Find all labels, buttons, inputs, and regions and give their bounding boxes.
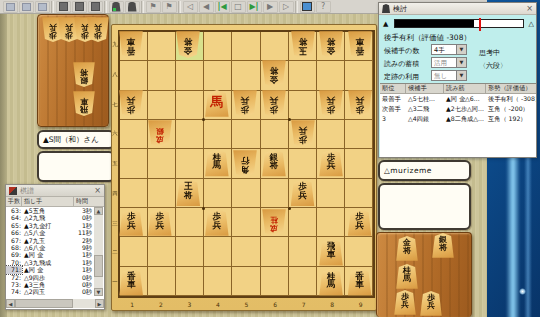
kifu-window-title: 棋譜 bbox=[20, 186, 94, 196]
piece-1九-sente[interactable]: 香車 bbox=[119, 31, 143, 58]
piece-7九-sente[interactable]: 玉将 bbox=[291, 31, 315, 58]
kifu-horizontal-scrollbar[interactable]: ◀ ▶ bbox=[6, 299, 104, 308]
piece-hand-金将-gote[interactable]: 金将 bbox=[396, 236, 418, 261]
square-2二[interactable] bbox=[148, 237, 176, 266]
square-3八[interactable] bbox=[176, 61, 204, 90]
piece-3九-sente[interactable]: 金将 bbox=[176, 31, 200, 58]
square-2八[interactable] bbox=[148, 61, 176, 90]
piece-hand-歩兵-gote[interactable]: 歩兵 bbox=[394, 290, 416, 315]
kifu-row-69[interactable]: 69:▲同 金1秒 bbox=[6, 251, 95, 258]
piece-6五-gote[interactable]: 銀将 bbox=[262, 150, 286, 177]
square-2七[interactable] bbox=[148, 91, 176, 120]
toolbar-separator bbox=[178, 1, 181, 13]
candidate-row-3[interactable]: 3△4四銀▲8二角成△...互角（ 192） bbox=[380, 114, 536, 124]
kifu-move-list[interactable]: 63:▲5五角3秒64:△2九飛0秒65:▲3九金打1秒66:△5八金11秒67… bbox=[6, 207, 95, 296]
piece-hand-銀将-gote[interactable]: 銀将 bbox=[432, 233, 454, 258]
board-edit-button[interactable] bbox=[72, 1, 87, 13]
nav-next-button[interactable]: ▶ bbox=[263, 1, 278, 13]
scroll-left-icon[interactable]: ◀ bbox=[6, 299, 15, 308]
setting-dropdown-0[interactable]: 4手▼ bbox=[431, 44, 467, 55]
square-2五[interactable] bbox=[148, 149, 176, 178]
kifu-row-72[interactable]: 72:△9四歩0秒 bbox=[6, 274, 95, 281]
kifu-row-64[interactable]: 64:△2九飛0秒 bbox=[6, 214, 95, 221]
desktop-light-streak bbox=[506, 150, 520, 317]
square-1六[interactable] bbox=[120, 120, 148, 149]
kifu-window: 棋譜 × 手数 指し手 時間 63:▲5五角3秒64:△2九飛0秒65:▲3九金… bbox=[5, 184, 105, 310]
piece-gote-button[interactable] bbox=[125, 1, 140, 13]
gote-name-plate: △murizeme bbox=[378, 160, 471, 181]
square-9四[interactable] bbox=[345, 179, 373, 208]
engine-strength: 〈六段〉 bbox=[479, 61, 507, 71]
square-5四[interactable] bbox=[232, 179, 260, 208]
square-8四[interactable] bbox=[317, 179, 345, 208]
piece-sente-button[interactable] bbox=[109, 1, 124, 13]
board-setup-button[interactable] bbox=[56, 1, 71, 13]
piece-9一-gote[interactable]: 香車 bbox=[348, 269, 372, 296]
piece-2三-gote[interactable]: 歩兵 bbox=[148, 209, 172, 236]
piece-hand-歩兵-gote[interactable]: 歩兵 bbox=[420, 291, 442, 316]
square-3二[interactable] bbox=[176, 237, 204, 266]
nav-stop-button[interactable]: □ bbox=[231, 1, 246, 13]
rank-label: 八 bbox=[112, 61, 117, 88]
gote-info-plate bbox=[378, 183, 471, 230]
square-1四[interactable] bbox=[120, 179, 148, 208]
file-label: 8 bbox=[318, 301, 347, 311]
setting-dropdown-2[interactable]: 無し▼ bbox=[431, 70, 467, 81]
square-1八[interactable] bbox=[120, 61, 148, 90]
piece-8七-sente[interactable]: 歩兵 bbox=[319, 90, 343, 117]
hscroll-thumb[interactable] bbox=[15, 299, 73, 308]
nav-prev-button[interactable]: ◀ bbox=[199, 1, 214, 13]
rank-label: 九 bbox=[112, 31, 117, 58]
setting-label-2: 定跡の利用 bbox=[384, 72, 419, 82]
board-flip-button[interactable] bbox=[88, 1, 103, 13]
piece-6八-sente[interactable]: 金将 bbox=[262, 60, 286, 87]
square-4一[interactable] bbox=[204, 267, 232, 296]
toolbar-separator bbox=[104, 1, 107, 13]
engine-monitor-button[interactable] bbox=[300, 1, 315, 13]
file-label: 4 bbox=[204, 301, 233, 311]
piece-8二-gote[interactable]: 飛車 bbox=[319, 239, 343, 266]
sente-name-plate: ▲S間（和）さん bbox=[37, 130, 115, 149]
square-3一[interactable] bbox=[176, 267, 204, 296]
kifu-row-67[interactable]: 67:▲7九玉2秒 bbox=[6, 237, 95, 244]
square-9八[interactable] bbox=[345, 61, 373, 90]
square-5二[interactable] bbox=[232, 237, 260, 266]
piece-9三-gote[interactable]: 歩兵 bbox=[348, 209, 372, 236]
scroll-thumb[interactable] bbox=[94, 255, 103, 277]
col-eval: 形勢（評価値） bbox=[486, 84, 536, 93]
piece-7四-gote[interactable]: 歩兵 bbox=[291, 179, 315, 206]
square-9六[interactable] bbox=[345, 120, 373, 149]
toolbar-separator bbox=[51, 1, 54, 13]
setting-label-1: 読みの蓄積 bbox=[384, 59, 419, 69]
analysis-window: 検討 × ▲ △ 後手有利（評価値 -308） 思考中 〈六段〉 順位 候補手 … bbox=[378, 2, 537, 158]
square-3七[interactable] bbox=[176, 91, 204, 120]
file-save-button[interactable] bbox=[35, 1, 50, 13]
thinking-status: 思考中 bbox=[479, 48, 500, 58]
rank-label: 一 bbox=[112, 270, 117, 297]
square-7五[interactable] bbox=[289, 149, 317, 178]
square-1五[interactable] bbox=[120, 149, 148, 178]
kifu-row-63[interactable]: 63:▲5五角3秒 bbox=[6, 207, 95, 214]
main-app-window: ⚑⚑◁◀|◀□▶|▶▷? ▲S間（和）さん 九八七六五四三二一 12345678… bbox=[0, 0, 487, 317]
square-8八[interactable] bbox=[317, 61, 345, 90]
piece-9七-sente[interactable]: 歩兵 bbox=[348, 90, 372, 117]
nav-first-button[interactable]: ◁ bbox=[183, 1, 198, 13]
kifu-row-66[interactable]: 66:△5八金11秒 bbox=[6, 229, 95, 236]
hoshi-dot bbox=[288, 207, 291, 210]
kifu-back-flag-button[interactable]: ⚑ bbox=[146, 1, 161, 13]
square-6四[interactable] bbox=[261, 179, 289, 208]
analysis-window-icon bbox=[382, 4, 390, 13]
piece-4三-gote[interactable]: 歩兵 bbox=[205, 209, 229, 236]
analysis-window-title: 検討 bbox=[393, 4, 526, 14]
kifu-header-row: 手数 指し手 時間 bbox=[6, 197, 104, 207]
toolbar-separator bbox=[295, 1, 298, 13]
square-9五[interactable] bbox=[345, 149, 373, 178]
nav-last-button[interactable]: ▷ bbox=[279, 1, 294, 13]
candidate-row-2[interactable]: 次善手△3二飛▲2七歩△同...互角（ -200） bbox=[380, 104, 536, 114]
kifu-row-70[interactable]: 70:△3九飛成1秒 bbox=[6, 259, 95, 266]
kifu-close-icon[interactable]: × bbox=[94, 187, 101, 195]
evaluation-bar-row: ▲ △ bbox=[383, 18, 534, 31]
desktop-sparkle bbox=[519, 288, 526, 295]
square-6二[interactable] bbox=[261, 237, 289, 266]
file-label: 6 bbox=[261, 301, 290, 311]
square-4八[interactable] bbox=[204, 61, 232, 90]
square-2九[interactable] bbox=[148, 32, 176, 61]
square-7八[interactable] bbox=[289, 61, 317, 90]
square-3六[interactable] bbox=[176, 120, 204, 149]
scroll-down-icon[interactable]: ▼ bbox=[94, 288, 103, 296]
evaluation-fill bbox=[395, 20, 474, 27]
square-7一[interactable] bbox=[289, 267, 317, 296]
judgement-text: 後手有利（評価値 -308） bbox=[384, 33, 471, 43]
square-4九[interactable] bbox=[204, 32, 232, 61]
square-4六[interactable] bbox=[204, 120, 232, 149]
piece-4七-gote[interactable]: 馬 bbox=[205, 90, 229, 117]
nav-prev-mark-button[interactable]: |◀ bbox=[215, 1, 230, 13]
piece-8五-gote[interactable]: 歩兵 bbox=[319, 150, 343, 177]
gote-mark: △ bbox=[529, 20, 534, 28]
square-1二[interactable] bbox=[120, 237, 148, 266]
file-open-button[interactable] bbox=[19, 1, 34, 13]
piece-6七-sente[interactable]: 歩兵 bbox=[262, 90, 286, 117]
rank-label: 四 bbox=[112, 180, 117, 207]
rank-label: 三 bbox=[112, 210, 117, 237]
scroll-up-icon[interactable]: ▲ bbox=[94, 207, 103, 215]
hoshi-dot bbox=[202, 118, 205, 121]
piece-3四-gote[interactable]: 王将 bbox=[176, 179, 200, 206]
file-new-button[interactable] bbox=[3, 1, 18, 13]
square-4二[interactable] bbox=[204, 237, 232, 266]
setting-label-0: 候補手の数 bbox=[384, 46, 419, 56]
sente-name-label: ▲S間（和）さん bbox=[43, 135, 99, 145]
square-9二[interactable] bbox=[345, 237, 373, 266]
square-3五[interactable] bbox=[176, 149, 204, 178]
file-label: 3 bbox=[175, 301, 204, 311]
piece-2六-sente[interactable]: 成銀 bbox=[148, 120, 172, 147]
square-5九[interactable] bbox=[232, 32, 260, 61]
gote-name-label: △murizeme bbox=[384, 166, 432, 175]
setting-dropdown-1[interactable]: 活用▼ bbox=[431, 57, 467, 68]
piece-9九-sente[interactable]: 香車 bbox=[348, 31, 372, 58]
piece-8九-sente[interactable]: 金将 bbox=[319, 31, 343, 58]
kifu-window-icon bbox=[9, 187, 17, 195]
piece-1三-gote[interactable]: 歩兵 bbox=[119, 209, 143, 236]
file-label: 9 bbox=[347, 301, 376, 311]
toolbar-separator bbox=[141, 1, 144, 13]
file-label: 2 bbox=[147, 301, 176, 311]
col-move: 候補手 bbox=[406, 84, 444, 93]
screen: ⚑⚑◁◀|◀□▶|▶▷? ▲S間（和）さん 九八七六五四三二一 12345678… bbox=[0, 0, 540, 317]
nav-next-mark-button[interactable]: ▶| bbox=[247, 1, 262, 13]
piece-5五-sente[interactable]: 角行 bbox=[233, 150, 257, 177]
kifu-row-68[interactable]: 68:△6八金9秒 bbox=[6, 244, 95, 251]
square-5八[interactable] bbox=[232, 61, 260, 90]
candidate-table: 順位 候補手 読み筋 形勢（評価値） 最善手△5七桂...▲同 金△6...後手… bbox=[380, 83, 536, 157]
piece-8一-gote[interactable]: 桂馬 bbox=[319, 269, 343, 296]
piece-6三-sente[interactable]: 成桂 bbox=[262, 209, 286, 236]
piece-hand-歩兵-sente[interactable]: 歩兵 bbox=[87, 17, 109, 42]
piece-7六-sente[interactable]: 歩兵 bbox=[291, 120, 315, 147]
kifu-row-73[interactable]: 73:▲3三角0秒 bbox=[6, 281, 95, 288]
rank-label: 七 bbox=[112, 91, 117, 118]
evaluation-tick bbox=[479, 18, 481, 31]
square-5三[interactable] bbox=[232, 208, 260, 237]
square-2一[interactable] bbox=[148, 267, 176, 296]
help-button[interactable]: ? bbox=[316, 1, 331, 13]
piece-5七-sente[interactable]: 歩兵 bbox=[233, 90, 257, 117]
square-6六[interactable] bbox=[261, 120, 289, 149]
kifu-forward-flag-button[interactable]: ⚑ bbox=[162, 1, 177, 13]
hoshi-dot bbox=[288, 118, 291, 121]
square-5六[interactable] bbox=[232, 120, 260, 149]
rank-label: 二 bbox=[112, 240, 117, 267]
square-6九[interactable] bbox=[261, 32, 289, 61]
piece-1七-sente[interactable]: 歩兵 bbox=[119, 90, 143, 117]
piece-4五-gote[interactable]: 桂馬 bbox=[205, 150, 229, 177]
kifu-row-65[interactable]: 65:▲3九金打1秒 bbox=[6, 222, 95, 229]
square-3三[interactable] bbox=[176, 208, 204, 237]
sente-info-plate bbox=[37, 151, 115, 182]
kifu-row-71[interactable]: 71:▲同 金1秒 bbox=[6, 266, 95, 273]
square-8三[interactable] bbox=[317, 208, 345, 237]
analysis-titlebar[interactable]: 検討 × bbox=[379, 3, 536, 15]
square-8六[interactable] bbox=[317, 120, 345, 149]
piece-1一-gote[interactable]: 香車 bbox=[119, 269, 143, 296]
kifu-titlebar[interactable]: 棋譜 × bbox=[6, 185, 104, 197]
file-label: 1 bbox=[118, 301, 147, 311]
piece-hand-桂馬-gote[interactable]: 桂馬 bbox=[396, 264, 418, 289]
kifu-row-74[interactable]: 74:△2四玉0秒 bbox=[6, 288, 95, 295]
square-2四[interactable] bbox=[148, 179, 176, 208]
scroll-right-icon[interactable]: ▶ bbox=[95, 299, 104, 308]
file-label: 7 bbox=[289, 301, 318, 311]
analysis-close-icon[interactable]: × bbox=[526, 5, 533, 13]
square-7七[interactable] bbox=[289, 91, 317, 120]
kifu-col-moveno: 手数 bbox=[6, 197, 22, 206]
square-6一[interactable] bbox=[261, 267, 289, 296]
piece-hand-銀将-sente[interactable]: 銀将 bbox=[73, 62, 95, 87]
col-rank: 順位 bbox=[380, 84, 406, 93]
file-label: 5 bbox=[232, 301, 261, 311]
rank-label: 五 bbox=[112, 151, 117, 178]
candidate-row-1[interactable]: 最善手△5七桂...▲同 金△6...後手有利（ -308） bbox=[380, 94, 536, 104]
kifu-col-move: 指し手 bbox=[22, 197, 74, 206]
square-5一[interactable] bbox=[232, 267, 260, 296]
candidate-table-header: 順位 候補手 読み筋 形勢（評価値） bbox=[380, 84, 536, 94]
square-7三[interactable] bbox=[289, 208, 317, 237]
file-labels: 123456789 bbox=[118, 301, 375, 311]
sente-mark: ▲ bbox=[383, 20, 388, 28]
piece-hand-飛車-sente[interactable]: 飛車 bbox=[73, 91, 95, 116]
square-7二[interactable] bbox=[289, 237, 317, 266]
evaluation-bar bbox=[394, 19, 524, 28]
kifu-vertical-scrollbar[interactable]: ▲ ▼ bbox=[94, 207, 103, 296]
kifu-col-time: 時間 bbox=[74, 197, 94, 206]
square-4四[interactable] bbox=[204, 179, 232, 208]
col-line: 読み筋 bbox=[444, 84, 486, 93]
rank-label: 六 bbox=[112, 121, 117, 148]
candidate-rows: 最善手△5七桂...▲同 金△6...後手有利（ -308）次善手△3二飛▲2七… bbox=[380, 94, 536, 124]
